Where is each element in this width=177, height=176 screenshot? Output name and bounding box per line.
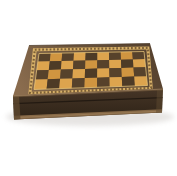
lid-square-r3c9 (134, 67, 147, 76)
product-photo-chess-case (0, 0, 177, 176)
lid-square-r3c1 (35, 70, 48, 80)
lid-square-r2c9 (133, 59, 146, 68)
lid-square-r3c4 (72, 69, 85, 79)
lid-square-r2c3 (61, 61, 74, 70)
lid-square-r1c1 (38, 53, 51, 61)
lid-square-r3c8 (121, 68, 134, 77)
lid-square-r2c7 (109, 60, 121, 69)
lid-square-r4c9 (134, 76, 147, 86)
lid-square-r3c2 (48, 70, 61, 80)
lid-square-r1c3 (62, 53, 74, 61)
lid-square-r2c5 (85, 60, 97, 69)
lid-square-r4c3 (59, 79, 72, 89)
lid-square-r4c2 (47, 79, 61, 89)
lid-square-r3c5 (85, 69, 97, 79)
lid-square-r4c6 (97, 77, 110, 87)
lid-square-r1c8 (121, 52, 133, 60)
lid-square-r4c7 (110, 77, 123, 87)
lid-square-r1c6 (97, 52, 109, 60)
lid-square-r4c8 (122, 77, 135, 87)
lid-square-r1c4 (74, 53, 86, 61)
lid-square-r4c1 (34, 79, 48, 89)
lid-square-r3c7 (109, 68, 122, 77)
lid-square-r2c2 (49, 61, 62, 70)
lid-square-r1c2 (50, 53, 63, 61)
lid-square-r3c6 (97, 68, 109, 77)
lid-square-r2c4 (73, 61, 85, 70)
lid-square-r1c7 (109, 52, 121, 60)
lid-square-r2c1 (37, 61, 50, 70)
box-right-corner-highlight (156, 89, 163, 113)
lid-square-r2c8 (121, 59, 134, 68)
lid-square-r1c9 (132, 52, 145, 60)
lid-square-r4c5 (84, 78, 97, 88)
lid-square-r4c4 (72, 78, 85, 88)
lid-square-r3c3 (60, 69, 73, 79)
lid-square-r2c6 (97, 60, 109, 69)
lid-checkerboard (34, 52, 148, 90)
lid-square-r1c5 (85, 52, 97, 60)
